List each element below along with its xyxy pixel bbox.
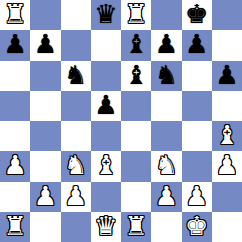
square-c7[interactable] [61, 30, 91, 60]
square-a4[interactable] [0, 121, 30, 151]
square-a2[interactable] [0, 182, 30, 212]
square-f1[interactable] [151, 212, 181, 242]
square-a1[interactable]: ♜ [0, 212, 30, 242]
square-a3[interactable]: ♟ [0, 151, 30, 181]
square-g7[interactable]: ♟ [182, 30, 212, 60]
piece-white-rook[interactable]: ♜ [3, 212, 26, 241]
square-e8[interactable]: ♜ [121, 0, 151, 30]
square-d2[interactable] [91, 182, 121, 212]
piece-white-pawn[interactable]: ♟ [64, 182, 87, 211]
square-a5[interactable] [0, 91, 30, 121]
square-c1[interactable] [61, 212, 91, 242]
square-g5[interactable] [182, 91, 212, 121]
square-e1[interactable]: ♜ [121, 212, 151, 242]
square-a6[interactable] [0, 61, 30, 91]
square-b3[interactable] [30, 151, 60, 181]
square-h2[interactable] [212, 182, 242, 212]
square-f8[interactable] [151, 0, 181, 30]
square-d5[interactable]: ♟ [91, 91, 121, 121]
square-h4[interactable]: ♝ [212, 121, 242, 151]
piece-black-bishop[interactable]: ♝ [124, 61, 147, 90]
square-g4[interactable] [182, 121, 212, 151]
piece-black-pawn[interactable]: ♟ [94, 91, 117, 120]
square-h5[interactable] [212, 91, 242, 121]
square-f7[interactable]: ♟ [151, 30, 181, 60]
square-e6[interactable]: ♝ [121, 61, 151, 91]
piece-white-rook[interactable]: ♜ [124, 212, 147, 241]
square-g2[interactable]: ♟ [182, 182, 212, 212]
piece-black-pawn[interactable]: ♟ [215, 61, 238, 90]
piece-black-bishop[interactable]: ♝ [124, 30, 147, 59]
square-h6[interactable]: ♟ [212, 61, 242, 91]
square-b5[interactable] [30, 91, 60, 121]
piece-black-pawn[interactable]: ♟ [155, 30, 178, 59]
piece-black-king[interactable]: ♚ [185, 0, 208, 29]
square-h1[interactable] [212, 212, 242, 242]
square-f2[interactable]: ♟ [151, 182, 181, 212]
square-f6[interactable]: ♞ [151, 61, 181, 91]
square-d6[interactable] [91, 61, 121, 91]
piece-white-queen[interactable]: ♛ [94, 212, 117, 241]
square-d8[interactable]: ♛ [91, 0, 121, 30]
square-h8[interactable] [212, 0, 242, 30]
square-f5[interactable] [151, 91, 181, 121]
square-e3[interactable] [121, 151, 151, 181]
piece-black-knight[interactable]: ♞ [155, 61, 178, 90]
piece-white-pawn[interactable]: ♟ [215, 151, 238, 180]
square-c8[interactable] [61, 0, 91, 30]
square-c5[interactable] [61, 91, 91, 121]
piece-white-knight[interactable]: ♞ [64, 151, 87, 180]
square-c3[interactable]: ♞ [61, 151, 91, 181]
piece-black-pawn[interactable]: ♟ [185, 30, 208, 59]
square-b7[interactable]: ♟ [30, 30, 60, 60]
piece-white-pawn[interactable]: ♟ [3, 151, 26, 180]
piece-white-pawn[interactable]: ♟ [185, 182, 208, 211]
square-b6[interactable] [30, 61, 60, 91]
piece-white-knight[interactable]: ♞ [155, 151, 178, 180]
square-h3[interactable]: ♟ [212, 151, 242, 181]
piece-black-queen[interactable]: ♛ [94, 0, 117, 29]
square-d7[interactable] [91, 30, 121, 60]
square-g3[interactable] [182, 151, 212, 181]
piece-black-pawn[interactable]: ♟ [34, 30, 57, 59]
square-b2[interactable]: ♟ [30, 182, 60, 212]
square-f3[interactable]: ♞ [151, 151, 181, 181]
square-e5[interactable] [121, 91, 151, 121]
piece-white-rook[interactable]: ♜ [124, 0, 147, 29]
square-b1[interactable] [30, 212, 60, 242]
square-a7[interactable]: ♟ [0, 30, 30, 60]
square-e7[interactable]: ♝ [121, 30, 151, 60]
square-e4[interactable] [121, 121, 151, 151]
square-g8[interactable]: ♚ [182, 0, 212, 30]
square-e2[interactable] [121, 182, 151, 212]
square-c4[interactable] [61, 121, 91, 151]
piece-white-king[interactable]: ♚ [185, 212, 208, 241]
square-c6[interactable]: ♞ [61, 61, 91, 91]
piece-black-knight[interactable]: ♞ [64, 61, 87, 90]
piece-white-pawn[interactable]: ♟ [155, 182, 178, 211]
square-d4[interactable] [91, 121, 121, 151]
piece-white-rook[interactable]: ♜ [3, 0, 26, 29]
square-g1[interactable]: ♚ [182, 212, 212, 242]
square-d3[interactable]: ♝ [91, 151, 121, 181]
square-c2[interactable]: ♟ [61, 182, 91, 212]
square-b8[interactable] [30, 0, 60, 30]
square-f4[interactable] [151, 121, 181, 151]
chess-board: ♜♛♜♚♟♟♝♟♟♞♝♞♟♟♝♟♞♝♞♟♟♟♟♟♜♛♜♚ [0, 0, 242, 242]
square-g6[interactable] [182, 61, 212, 91]
piece-white-pawn[interactable]: ♟ [34, 182, 57, 211]
piece-black-pawn[interactable]: ♟ [3, 30, 26, 59]
square-a8[interactable]: ♜ [0, 0, 30, 30]
square-d1[interactable]: ♛ [91, 212, 121, 242]
piece-white-bishop[interactable]: ♝ [94, 151, 117, 180]
chess-board-container: ♜♛♜♚♟♟♝♟♟♞♝♞♟♟♝♟♞♝♞♟♟♟♟♟♜♛♜♚ [0, 0, 242, 242]
square-b4[interactable] [30, 121, 60, 151]
square-h7[interactable] [212, 30, 242, 60]
piece-white-bishop[interactable]: ♝ [215, 121, 238, 150]
